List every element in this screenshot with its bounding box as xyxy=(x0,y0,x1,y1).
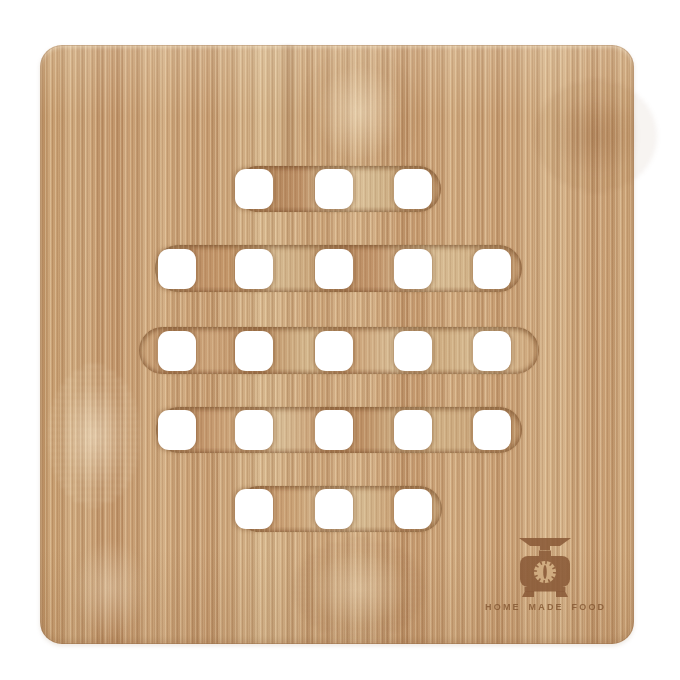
wood-grain-figure xyxy=(535,80,657,192)
vent-hole xyxy=(235,410,273,450)
wood-grain-figure xyxy=(48,365,140,507)
vent-hole xyxy=(235,249,273,289)
vent-hole xyxy=(315,331,353,371)
vent-hole xyxy=(394,489,432,529)
brand-text: HOME MADE FOOD xyxy=(485,602,605,612)
vent-hole xyxy=(235,489,273,529)
vent-hole xyxy=(394,249,432,289)
wood-grain-figure xyxy=(60,523,160,653)
scale-foot-right xyxy=(556,591,568,597)
scale-pan xyxy=(519,538,571,550)
vent-hole xyxy=(315,169,353,209)
scale-needle xyxy=(543,565,547,579)
kitchen-scale-icon xyxy=(519,537,571,597)
wood-grain-figure xyxy=(293,538,425,640)
brand-logo: HOME MADE FOOD xyxy=(485,537,605,612)
scale-base xyxy=(525,587,566,592)
scale-foot-left xyxy=(522,591,534,597)
vent-hole xyxy=(394,331,432,371)
scale-neck xyxy=(539,551,551,557)
vent-hole xyxy=(315,489,353,529)
vent-hole xyxy=(473,331,511,371)
vent-hole xyxy=(394,169,432,209)
vent-hole xyxy=(394,410,432,450)
vent-hole xyxy=(158,249,196,289)
vent-hole xyxy=(473,410,511,450)
wood-grain-figure xyxy=(277,45,299,167)
vent-hole xyxy=(473,249,511,289)
product-photo: HOME MADE FOOD xyxy=(0,0,680,680)
vent-hole xyxy=(158,410,196,450)
vent-hole xyxy=(315,249,353,289)
vent-hole xyxy=(235,169,273,209)
vent-hole xyxy=(158,331,196,371)
wood-grain-figure xyxy=(300,49,418,177)
vent-hole xyxy=(235,331,273,371)
bamboo-trivet-board: HOME MADE FOOD xyxy=(40,45,634,644)
vent-hole xyxy=(315,410,353,450)
